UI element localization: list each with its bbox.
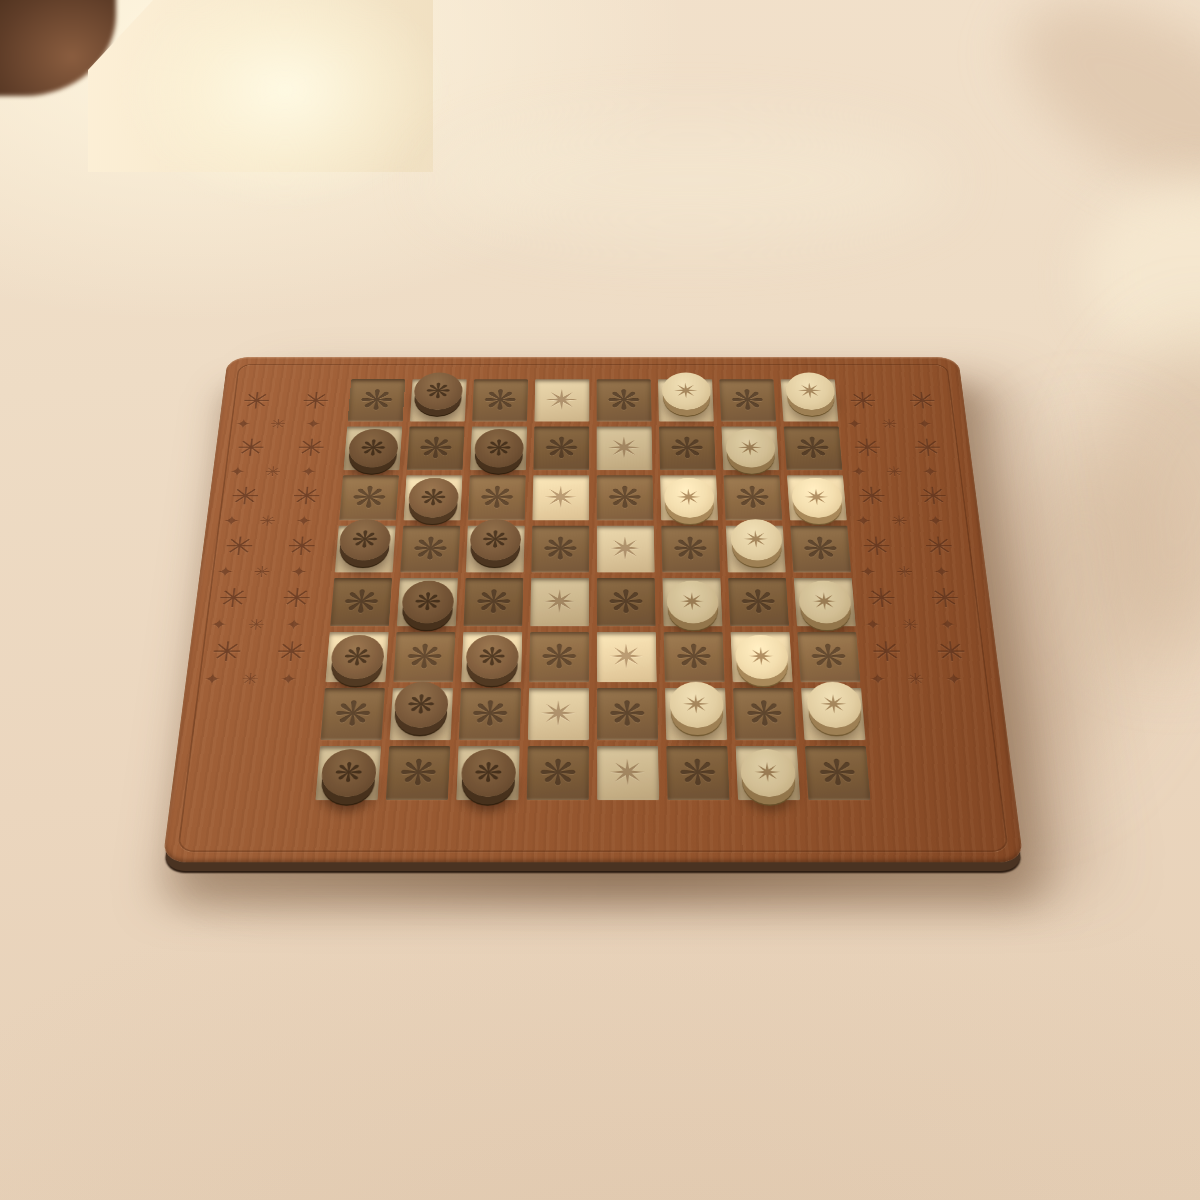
square-h2[interactable]: ✴✴ xyxy=(801,688,865,740)
rosette-icon: ❋ xyxy=(412,534,450,564)
square-a2[interactable]: ❋ xyxy=(321,688,385,740)
rosette-icon: ❋ xyxy=(607,387,641,414)
checkers-board: ✳ ✳✦✳✦✳ ✳✦✳✦✳ ✳✦✳✦✳ ✳✦✳✦✳ ✳✦✳✦✳ ✳✦✳✦ ✳ ✳… xyxy=(162,357,1023,862)
small-star-icon: ✦✳✦ xyxy=(854,512,964,530)
rosette-icon: ❋ xyxy=(398,755,438,790)
square-c1[interactable]: ✴❋ xyxy=(456,746,519,800)
eight-point-star-icon: ✴ xyxy=(545,387,579,414)
square-b5[interactable]: ❋ xyxy=(400,526,460,573)
rosette-icon: ❋ xyxy=(419,487,447,509)
light-piece[interactable]: ✴ xyxy=(739,749,796,797)
square-f1[interactable]: ❋ xyxy=(666,746,729,800)
square-a8[interactable]: ❋ xyxy=(348,379,406,421)
small-star-icon: ✦✳✦ xyxy=(859,562,970,581)
square-g3[interactable]: ✴✴ xyxy=(731,632,793,682)
rosette-icon: ❋ xyxy=(607,483,643,512)
square-f5[interactable]: ❋ xyxy=(661,526,720,573)
square-h5[interactable]: ❋ xyxy=(790,526,851,573)
girih-star-icon: ✳ ✳ xyxy=(860,581,974,615)
square-d6[interactable]: ✴ xyxy=(532,475,589,520)
girih-star-icon: ✳ ✳ xyxy=(236,386,342,415)
girih-star-icon: ✳ ✳ xyxy=(856,530,968,563)
rosette-icon: ❋ xyxy=(678,755,718,790)
light-piece[interactable]: ✴ xyxy=(791,478,844,518)
light-piece[interactable]: ✴ xyxy=(664,478,715,518)
dark-piece[interactable]: ❋ xyxy=(474,429,524,468)
square-b8[interactable]: ✴❋ xyxy=(410,379,467,421)
dark-piece[interactable]: ❋ xyxy=(407,478,459,518)
rosette-icon: ❋ xyxy=(418,434,454,462)
rosette-icon: ❋ xyxy=(795,434,832,462)
rosette-icon: ❋ xyxy=(542,534,578,564)
rosette-icon: ❋ xyxy=(817,755,858,790)
small-star-icon: ✦✳✦ xyxy=(868,669,983,689)
eight-point-star-icon: ✴ xyxy=(673,381,699,402)
rosette-icon: ❋ xyxy=(350,483,387,512)
eight-point-star-icon: ✴ xyxy=(747,645,776,669)
eight-point-star-icon: ✴ xyxy=(543,483,579,512)
small-star-icon: ✦✳✦ xyxy=(846,415,952,432)
square-e4[interactable]: ❋ xyxy=(597,578,656,626)
square-f4[interactable]: ✴✴ xyxy=(662,578,722,626)
small-star-icon: ✦✳✦ xyxy=(222,512,332,530)
rosette-icon: ❋ xyxy=(730,387,766,414)
dark-piece[interactable]: ❋ xyxy=(460,749,516,797)
square-b3[interactable]: ❋ xyxy=(393,632,455,682)
square-e3[interactable]: ✴ xyxy=(597,632,657,682)
eight-point-star-icon: ✴ xyxy=(539,697,577,731)
eight-point-star-icon: ✴ xyxy=(796,381,823,402)
dark-piece[interactable]: ❋ xyxy=(338,519,392,560)
dark-piece[interactable]: ❋ xyxy=(393,682,449,728)
square-f3[interactable]: ❋ xyxy=(664,632,725,682)
girih-star-icon: ✳ ✳ xyxy=(843,386,949,415)
eight-point-star-icon: ✴ xyxy=(609,755,648,790)
eight-point-star-icon: ✴ xyxy=(810,590,839,614)
square-h3[interactable]: ❋ xyxy=(797,632,860,682)
rosette-icon: ❋ xyxy=(471,697,510,731)
rosette-icon: ❋ xyxy=(745,697,785,731)
square-c3[interactable]: ✴❋ xyxy=(461,632,522,682)
square-d1[interactable]: ❋ xyxy=(527,746,589,800)
square-g1[interactable]: ✴✴ xyxy=(736,746,801,800)
rosette-icon: ❋ xyxy=(608,697,646,731)
sunlight-glow xyxy=(120,0,450,210)
rosette-icon: ❋ xyxy=(479,483,515,512)
light-dapple xyxy=(430,120,950,240)
rosette-icon: ❋ xyxy=(425,381,452,402)
rosette-icon: ❋ xyxy=(413,590,442,614)
eight-point-star-icon: ✴ xyxy=(607,434,642,462)
square-h8[interactable]: ✴✴ xyxy=(781,379,839,421)
square-d2[interactable]: ✴ xyxy=(528,688,589,740)
square-f2[interactable]: ✴✴ xyxy=(665,688,727,740)
square-h6[interactable]: ✴✴ xyxy=(787,475,847,520)
small-star-icon: ✦✳✦ xyxy=(863,615,976,634)
square-g6[interactable]: ❋ xyxy=(724,475,783,520)
rosette-icon: ❋ xyxy=(333,697,373,731)
square-e5[interactable]: ✴ xyxy=(597,526,655,573)
square-g4[interactable]: ❋ xyxy=(728,578,789,626)
dark-piece[interactable]: ❋ xyxy=(469,519,521,560)
square-b1[interactable]: ❋ xyxy=(386,746,451,800)
small-star-icon: ✦✳✦ xyxy=(216,562,327,581)
girih-star-icon: ✳ ✳ xyxy=(218,530,330,563)
square-b6[interactable]: ✴❋ xyxy=(404,475,463,520)
eight-point-star-icon: ✴ xyxy=(737,437,764,458)
board-grid: ❋✴❋❋✴❋✴✴❋✴✴✴❋❋✴❋❋✴❋✴✴❋❋✴❋❋✴❋✴✴❋✴✴✴❋❋✴❋❋✴… xyxy=(315,379,870,800)
dark-piece[interactable]: ❋ xyxy=(413,373,463,410)
eight-point-star-icon: ✴ xyxy=(607,534,643,564)
rosette-icon: ❋ xyxy=(608,586,645,617)
square-d4[interactable]: ✴ xyxy=(530,578,589,626)
rosette-icon: ❋ xyxy=(672,534,709,564)
dark-piece[interactable]: ❋ xyxy=(347,429,399,468)
square-d3[interactable]: ❋ xyxy=(529,632,589,682)
square-g2[interactable]: ❋ xyxy=(733,688,796,740)
square-h1[interactable]: ❋ xyxy=(805,746,871,800)
square-e2[interactable]: ❋ xyxy=(597,688,658,740)
rosette-icon: ❋ xyxy=(350,528,379,551)
square-g5[interactable]: ✴✴ xyxy=(726,526,786,573)
square-d5[interactable]: ❋ xyxy=(531,526,589,573)
rosette-icon: ❋ xyxy=(475,586,513,617)
rosette-icon: ❋ xyxy=(670,434,706,462)
square-a5[interactable]: ✴❋ xyxy=(335,526,396,573)
square-d8[interactable]: ✴ xyxy=(534,379,589,421)
square-h4[interactable]: ✴✴ xyxy=(794,578,856,626)
small-star-icon: ✦✳✦ xyxy=(234,415,340,432)
girih-star-icon: ✳ ✳ xyxy=(212,581,326,615)
eight-point-star-icon: ✴ xyxy=(678,590,706,614)
eight-point-star-icon: ✴ xyxy=(752,760,782,786)
light-piece[interactable]: ✴ xyxy=(669,682,724,728)
rosette-icon: ❋ xyxy=(333,760,364,786)
square-e8[interactable]: ❋ xyxy=(597,379,652,421)
square-a3[interactable]: ✴❋ xyxy=(325,632,388,682)
dark-piece[interactable]: ❋ xyxy=(401,581,455,624)
square-b4[interactable]: ✴❋ xyxy=(397,578,458,626)
rosette-icon: ❋ xyxy=(359,437,387,458)
square-f8[interactable]: ✴✴ xyxy=(658,379,714,421)
rosette-icon: ❋ xyxy=(406,692,436,717)
square-c8[interactable]: ❋ xyxy=(472,379,528,421)
square-a1[interactable]: ✴❋ xyxy=(315,746,381,800)
small-star-icon: ✦✳✦ xyxy=(850,463,958,481)
square-c4[interactable]: ❋ xyxy=(464,578,524,626)
eight-point-star-icon: ✴ xyxy=(541,586,578,617)
dark-piece[interactable]: ❋ xyxy=(319,749,377,797)
small-star-icon: ✦✳✦ xyxy=(209,615,322,634)
eight-point-star-icon: ✴ xyxy=(675,487,702,509)
light-piece[interactable]: ✴ xyxy=(725,429,776,468)
light-piece[interactable]: ✴ xyxy=(666,581,719,624)
eight-point-star-icon: ✴ xyxy=(803,487,831,509)
rosette-icon: ❋ xyxy=(485,437,512,458)
square-b2[interactable]: ✴❋ xyxy=(390,688,453,740)
small-star-icon: ✦✳✦ xyxy=(202,669,317,689)
rosette-icon: ❋ xyxy=(739,586,777,617)
eight-point-star-icon: ✴ xyxy=(682,692,711,717)
rosette-icon: ❋ xyxy=(473,760,503,786)
square-g8[interactable]: ❋ xyxy=(719,379,776,421)
square-e6[interactable]: ❋ xyxy=(597,475,654,520)
rosette-icon: ❋ xyxy=(544,434,579,462)
rosette-icon: ❋ xyxy=(359,387,395,414)
light-piece[interactable]: ✴ xyxy=(730,519,783,560)
small-star-icon: ✦✳✦ xyxy=(228,463,336,481)
rosette-icon: ❋ xyxy=(478,645,507,669)
eight-point-star-icon: ✴ xyxy=(742,528,770,551)
light-piece[interactable]: ✴ xyxy=(661,373,710,410)
square-c6[interactable]: ❋ xyxy=(468,475,526,520)
rosette-icon: ❋ xyxy=(483,387,518,414)
rosette-icon: ❋ xyxy=(342,645,372,669)
eight-point-star-icon: ✴ xyxy=(819,692,849,717)
square-e1[interactable]: ✴ xyxy=(597,746,659,800)
square-c2[interactable]: ❋ xyxy=(459,688,521,740)
rosette-icon: ❋ xyxy=(802,534,840,564)
square-f6[interactable]: ✴✴ xyxy=(660,475,718,520)
square-a4[interactable]: ❋ xyxy=(330,578,392,626)
rosette-icon: ❋ xyxy=(734,483,771,512)
square-a6[interactable]: ❋ xyxy=(339,475,399,520)
light-piece[interactable]: ✴ xyxy=(797,581,852,624)
rosette-icon: ❋ xyxy=(538,755,577,790)
rosette-icon: ❋ xyxy=(481,528,509,551)
square-c5[interactable]: ✴❋ xyxy=(466,526,525,573)
rosette-icon: ❋ xyxy=(342,586,381,617)
